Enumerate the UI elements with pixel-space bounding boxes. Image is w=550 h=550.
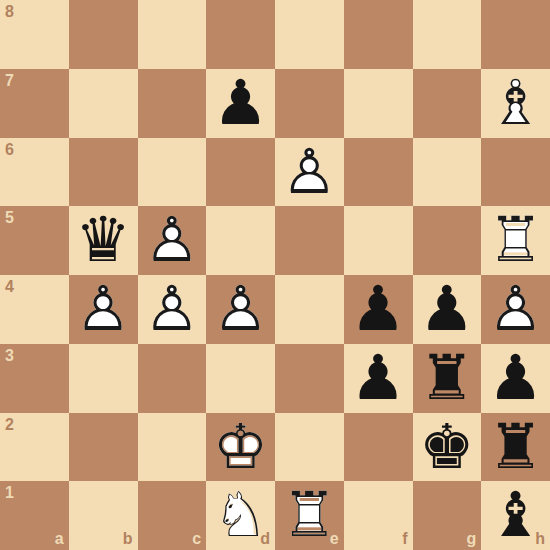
file-label-b: b bbox=[123, 531, 133, 547]
square-b4[interactable]: ♟♙ bbox=[69, 275, 138, 344]
square-c6[interactable] bbox=[138, 138, 207, 207]
square-a7[interactable]: 7 bbox=[0, 69, 69, 138]
piece-solid-layer: ♟ bbox=[419, 275, 475, 344]
black-pawn[interactable]: ♟ bbox=[344, 344, 413, 413]
white-bishop[interactable]: ♝♗ bbox=[481, 69, 550, 138]
square-g3[interactable]: ♜ bbox=[413, 344, 482, 413]
square-b2[interactable] bbox=[69, 413, 138, 482]
square-d2[interactable]: ♚♔ bbox=[206, 413, 275, 482]
square-h6[interactable] bbox=[481, 138, 550, 207]
square-a5[interactable]: 5 bbox=[0, 206, 69, 275]
square-b5[interactable]: ♛ bbox=[69, 206, 138, 275]
rank-label-3: 3 bbox=[5, 348, 14, 364]
piece-solid-layer: ♚ bbox=[419, 413, 475, 482]
square-a3[interactable]: 3 bbox=[0, 344, 69, 413]
piece-solid-layer: ♟ bbox=[488, 344, 544, 413]
square-c8[interactable] bbox=[138, 0, 207, 69]
square-e8[interactable] bbox=[275, 0, 344, 69]
square-h3[interactable]: ♟ bbox=[481, 344, 550, 413]
piece-outline-layer: ♔ bbox=[213, 413, 269, 482]
rank-label-2: 2 bbox=[5, 417, 14, 433]
square-d1[interactable]: d♞♘ bbox=[206, 481, 275, 550]
square-h4[interactable]: ♟♙ bbox=[481, 275, 550, 344]
square-a1[interactable]: 1a bbox=[0, 481, 69, 550]
square-h8[interactable] bbox=[481, 0, 550, 69]
square-f6[interactable] bbox=[344, 138, 413, 207]
white-pawn[interactable]: ♟♙ bbox=[69, 275, 138, 344]
square-f2[interactable] bbox=[344, 413, 413, 482]
white-pawn[interactable]: ♟♙ bbox=[481, 275, 550, 344]
square-g1[interactable]: g bbox=[413, 481, 482, 550]
black-queen[interactable]: ♛ bbox=[69, 206, 138, 275]
square-d6[interactable] bbox=[206, 138, 275, 207]
piece-outline-layer: ♗ bbox=[488, 69, 544, 138]
square-c4[interactable]: ♟♙ bbox=[138, 275, 207, 344]
black-pawn[interactable]: ♟ bbox=[344, 275, 413, 344]
square-a4[interactable]: 4 bbox=[0, 275, 69, 344]
piece-outline-layer: ♙ bbox=[144, 275, 200, 344]
square-d3[interactable] bbox=[206, 344, 275, 413]
square-c5[interactable]: ♟♙ bbox=[138, 206, 207, 275]
white-rook[interactable]: ♜♖ bbox=[481, 206, 550, 275]
square-e4[interactable] bbox=[275, 275, 344, 344]
square-a2[interactable]: 2 bbox=[0, 413, 69, 482]
white-pawn[interactable]: ♟♙ bbox=[138, 275, 207, 344]
piece-outline-layer: ♖ bbox=[282, 481, 338, 550]
piece-outline-layer: ♘ bbox=[213, 481, 269, 550]
rank-label-6: 6 bbox=[5, 142, 14, 158]
black-bishop[interactable]: ♝ bbox=[481, 481, 550, 550]
rank-label-4: 4 bbox=[5, 279, 14, 295]
square-f5[interactable] bbox=[344, 206, 413, 275]
square-f4[interactable]: ♟ bbox=[344, 275, 413, 344]
square-c1[interactable]: c bbox=[138, 481, 207, 550]
square-b1[interactable]: b bbox=[69, 481, 138, 550]
piece-solid-layer: ♝ bbox=[488, 481, 544, 550]
square-b3[interactable] bbox=[69, 344, 138, 413]
square-d5[interactable] bbox=[206, 206, 275, 275]
white-king[interactable]: ♚♔ bbox=[206, 413, 275, 482]
square-h1[interactable]: h♝ bbox=[481, 481, 550, 550]
black-rook[interactable]: ♜ bbox=[481, 413, 550, 482]
square-f1[interactable]: f bbox=[344, 481, 413, 550]
rank-label-8: 8 bbox=[5, 4, 14, 20]
piece-solid-layer: ♛ bbox=[75, 206, 131, 275]
white-pawn[interactable]: ♟♙ bbox=[275, 138, 344, 207]
black-king[interactable]: ♚ bbox=[413, 413, 482, 482]
black-rook[interactable]: ♜ bbox=[413, 344, 482, 413]
square-g4[interactable]: ♟ bbox=[413, 275, 482, 344]
piece-outline-layer: ♙ bbox=[282, 138, 338, 207]
square-e3[interactable] bbox=[275, 344, 344, 413]
square-e7[interactable] bbox=[275, 69, 344, 138]
piece-solid-layer: ♟ bbox=[350, 275, 406, 344]
chess-board: 87♟♝♗6♟♙5♛♟♙♜♖4♟♙♟♙♟♙♟♟♟♙3♟♜♟2♚♔♚♜1abcd♞… bbox=[0, 0, 550, 550]
square-b8[interactable] bbox=[69, 0, 138, 69]
piece-outline-layer: ♖ bbox=[488, 206, 544, 275]
piece-solid-layer: ♟ bbox=[213, 69, 269, 138]
piece-outline-layer: ♙ bbox=[75, 275, 131, 344]
rank-label-7: 7 bbox=[5, 73, 14, 89]
white-knight[interactable]: ♞♘ bbox=[206, 481, 275, 550]
black-pawn[interactable]: ♟ bbox=[413, 275, 482, 344]
square-e6[interactable]: ♟♙ bbox=[275, 138, 344, 207]
square-c7[interactable] bbox=[138, 69, 207, 138]
square-d8[interactable] bbox=[206, 0, 275, 69]
square-g5[interactable] bbox=[413, 206, 482, 275]
file-label-a: a bbox=[55, 531, 64, 547]
square-e5[interactable] bbox=[275, 206, 344, 275]
piece-solid-layer: ♟ bbox=[350, 344, 406, 413]
square-g6[interactable] bbox=[413, 138, 482, 207]
square-a6[interactable]: 6 bbox=[0, 138, 69, 207]
piece-outline-layer: ♙ bbox=[488, 275, 544, 344]
white-rook[interactable]: ♜♖ bbox=[275, 481, 344, 550]
square-a8[interactable]: 8 bbox=[0, 0, 69, 69]
square-d7[interactable]: ♟ bbox=[206, 69, 275, 138]
file-label-c: c bbox=[192, 531, 201, 547]
square-f3[interactable]: ♟ bbox=[344, 344, 413, 413]
black-pawn[interactable]: ♟ bbox=[481, 344, 550, 413]
rank-label-1: 1 bbox=[5, 485, 14, 501]
square-g8[interactable] bbox=[413, 0, 482, 69]
square-h2[interactable]: ♜ bbox=[481, 413, 550, 482]
square-b7[interactable] bbox=[69, 69, 138, 138]
square-g7[interactable] bbox=[413, 69, 482, 138]
square-h7[interactable]: ♝♗ bbox=[481, 69, 550, 138]
square-e1[interactable]: e♜♖ bbox=[275, 481, 344, 550]
square-f8[interactable] bbox=[344, 0, 413, 69]
file-label-f: f bbox=[402, 531, 407, 547]
black-pawn[interactable]: ♟ bbox=[206, 69, 275, 138]
file-label-g: g bbox=[466, 531, 476, 547]
square-c3[interactable] bbox=[138, 344, 207, 413]
square-c2[interactable] bbox=[138, 413, 207, 482]
piece-solid-layer: ♜ bbox=[488, 413, 544, 482]
square-f7[interactable] bbox=[344, 69, 413, 138]
square-e2[interactable] bbox=[275, 413, 344, 482]
square-h5[interactable]: ♜♖ bbox=[481, 206, 550, 275]
white-pawn[interactable]: ♟♙ bbox=[138, 206, 207, 275]
square-g2[interactable]: ♚ bbox=[413, 413, 482, 482]
rank-label-5: 5 bbox=[5, 210, 14, 226]
piece-outline-layer: ♙ bbox=[213, 275, 269, 344]
piece-solid-layer: ♜ bbox=[419, 344, 475, 413]
piece-outline-layer: ♙ bbox=[144, 206, 200, 275]
white-pawn[interactable]: ♟♙ bbox=[206, 275, 275, 344]
square-b6[interactable] bbox=[69, 138, 138, 207]
square-d4[interactable]: ♟♙ bbox=[206, 275, 275, 344]
